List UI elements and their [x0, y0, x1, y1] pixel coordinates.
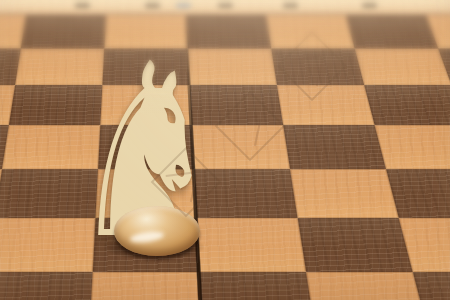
square-r5c6[interactable] — [298, 218, 413, 272]
chessboard-photo: ♞ — [0, 0, 450, 300]
square-r1c7[interactable] — [355, 49, 450, 86]
board-perspective-wrapper — [0, 15, 450, 300]
rim-stamp-4 — [283, 3, 298, 8]
square-r6c6[interactable] — [306, 272, 428, 300]
square-r4c6[interactable] — [290, 169, 399, 218]
rim-stamp-1 — [145, 3, 160, 8]
square-r0c7[interactable] — [346, 15, 438, 49]
knight-base-dome — [114, 206, 200, 256]
square-r2c6[interactable] — [277, 85, 375, 125]
square-r3c6[interactable] — [283, 125, 386, 169]
square-r2c7[interactable] — [364, 85, 450, 125]
square-r1c6[interactable] — [271, 49, 364, 86]
rim-stamp-3 — [218, 3, 233, 8]
square-r6c7[interactable] — [413, 272, 450, 300]
rim-stamp-5 — [362, 3, 377, 8]
rim-edge-line — [0, 13, 450, 15]
square-r0c6[interactable] — [266, 15, 355, 49]
square-r3c7[interactable] — [375, 125, 450, 169]
rim-stamp-2 — [176, 3, 191, 8]
rim-stamp-0 — [75, 3, 90, 8]
chessboard[interactable] — [0, 15, 450, 300]
